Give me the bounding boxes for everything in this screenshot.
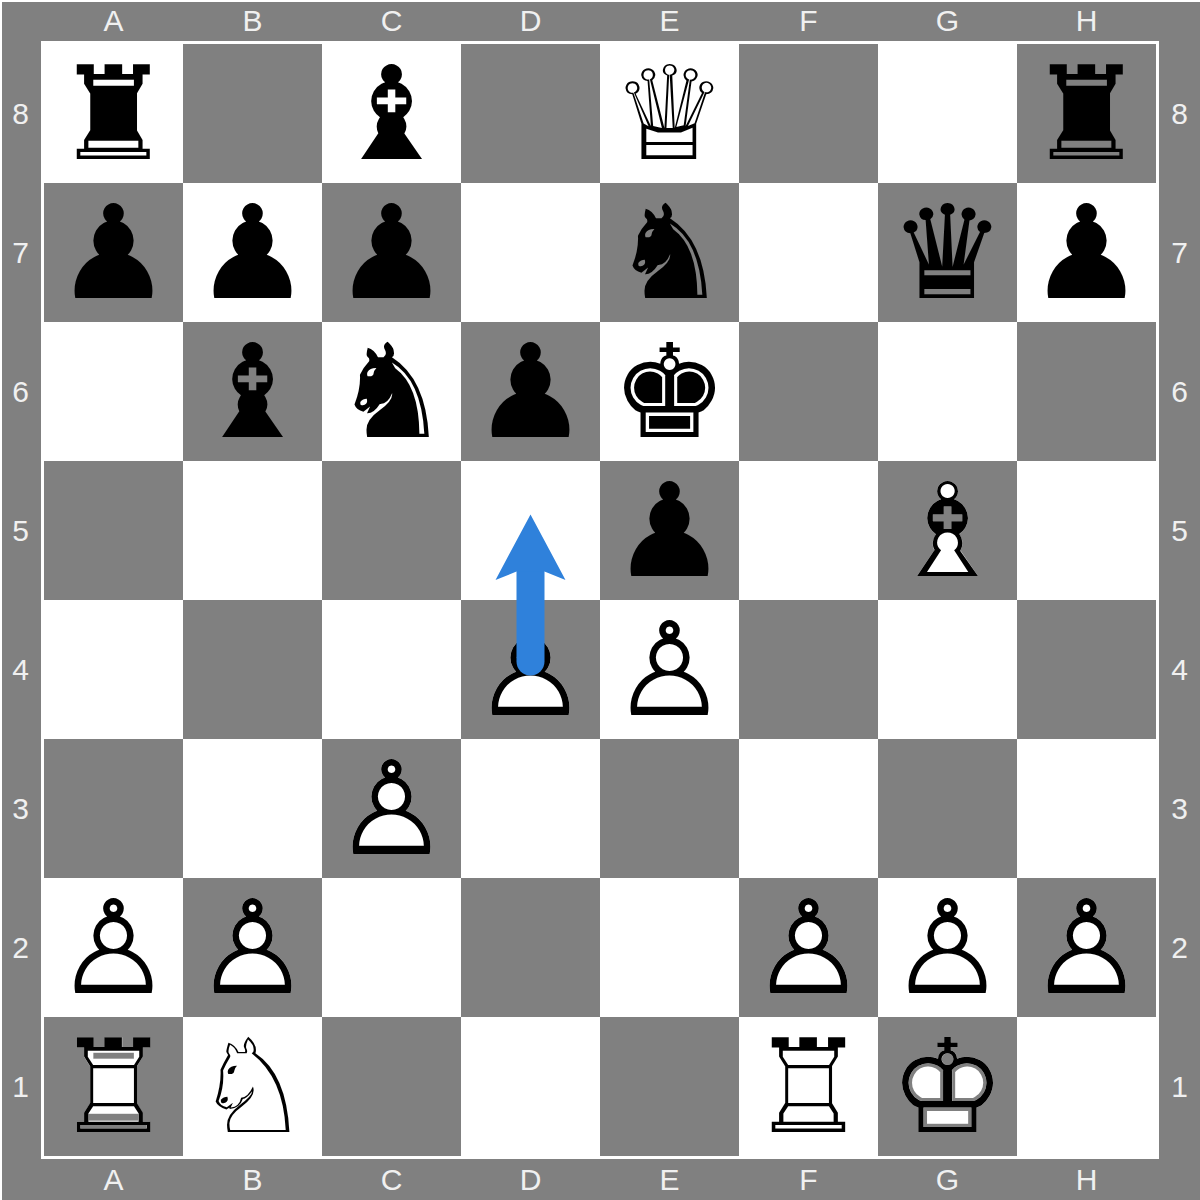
file-label-b: B: [183, 1159, 322, 1200]
square-h3[interactable]: [1017, 739, 1156, 878]
square-f2[interactable]: ♟♙: [739, 878, 878, 1017]
square-h1[interactable]: [1017, 1017, 1156, 1156]
square-g6[interactable]: [878, 322, 1017, 461]
file-labels-bottom: ABCDEFGH: [44, 1159, 1156, 1200]
rank-label-6: 6: [0, 322, 41, 461]
square-a4[interactable]: [44, 600, 183, 739]
rank-label-4: 4: [1159, 600, 1200, 739]
square-g2[interactable]: ♟♙: [878, 878, 1017, 1017]
square-h6[interactable]: [1017, 322, 1156, 461]
square-a6[interactable]: [44, 322, 183, 461]
square-h8[interactable]: ♜: [1017, 44, 1156, 183]
square-e7[interactable]: ♞: [600, 183, 739, 322]
square-g8[interactable]: [878, 44, 1017, 183]
square-f8[interactable]: [739, 44, 878, 183]
square-b2[interactable]: ♟♙: [183, 878, 322, 1017]
square-a5[interactable]: [44, 461, 183, 600]
square-f3[interactable]: [739, 739, 878, 878]
square-c2[interactable]: [322, 878, 461, 1017]
square-b6[interactable]: ♝: [183, 322, 322, 461]
square-b1[interactable]: ♞♘: [183, 1017, 322, 1156]
file-label-c: C: [322, 0, 461, 41]
square-b8[interactable]: [183, 44, 322, 183]
black-pawn[interactable]: ♟: [461, 322, 600, 461]
black-bishop[interactable]: ♝: [322, 44, 461, 183]
white-king[interactable]: ♚♔: [878, 1017, 1017, 1156]
white-queen[interactable]: ♛♕: [600, 44, 739, 183]
white-pawn[interactable]: ♟♙: [183, 878, 322, 1017]
file-label-d: D: [461, 1159, 600, 1200]
file-label-a: A: [44, 1159, 183, 1200]
file-label-h: H: [1017, 0, 1156, 41]
square-c1[interactable]: [322, 1017, 461, 1156]
rank-labels-left: 87654321: [0, 44, 41, 1156]
white-pawn[interactable]: ♟♙: [739, 878, 878, 1017]
square-g3[interactable]: [878, 739, 1017, 878]
black-pawn[interactable]: ♟: [44, 183, 183, 322]
file-label-d: D: [461, 0, 600, 41]
black-rook[interactable]: ♜: [1017, 44, 1156, 183]
black-bishop[interactable]: ♝: [183, 322, 322, 461]
file-label-a: A: [44, 0, 183, 41]
white-rook[interactable]: ♜♖: [44, 1017, 183, 1156]
square-e2[interactable]: [600, 878, 739, 1017]
file-label-b: B: [183, 0, 322, 41]
black-pawn[interactable]: ♟: [1017, 183, 1156, 322]
square-a2[interactable]: ♟♙: [44, 878, 183, 1017]
file-label-h: H: [1017, 1159, 1156, 1200]
square-b5[interactable]: [183, 461, 322, 600]
rank-label-1: 1: [1159, 1017, 1200, 1156]
rank-label-3: 3: [0, 739, 41, 878]
square-g4[interactable]: [878, 600, 1017, 739]
square-g7[interactable]: ♛: [878, 183, 1017, 322]
square-f5[interactable]: [739, 461, 878, 600]
rank-label-2: 2: [1159, 878, 1200, 1017]
square-c8[interactable]: ♝: [322, 44, 461, 183]
square-c4[interactable]: [322, 600, 461, 739]
white-pawn[interactable]: ♟♙: [44, 878, 183, 1017]
square-f7[interactable]: [739, 183, 878, 322]
file-label-e: E: [600, 1159, 739, 1200]
rank-labels-right: 87654321: [1159, 44, 1200, 1156]
rank-label-3: 3: [1159, 739, 1200, 878]
black-king[interactable]: ♚: [600, 322, 739, 461]
black-rook[interactable]: ♜: [44, 44, 183, 183]
square-g1[interactable]: ♚♔: [878, 1017, 1017, 1156]
file-label-e: E: [600, 0, 739, 41]
file-label-g: G: [878, 1159, 1017, 1200]
square-e4[interactable]: ♟♙: [600, 600, 739, 739]
square-e3[interactable]: [600, 739, 739, 878]
square-d7[interactable]: [461, 183, 600, 322]
square-d1[interactable]: [461, 1017, 600, 1156]
square-d2[interactable]: [461, 878, 600, 1017]
square-e8[interactable]: ♛♕: [600, 44, 739, 183]
square-d6[interactable]: ♟: [461, 322, 600, 461]
white-pawn[interactable]: ♟♙: [461, 600, 600, 739]
square-e5[interactable]: ♟: [600, 461, 739, 600]
square-c6[interactable]: ♞: [322, 322, 461, 461]
square-d8[interactable]: [461, 44, 600, 183]
white-pawn[interactable]: ♟♙: [322, 739, 461, 878]
file-label-f: F: [739, 0, 878, 41]
white-pawn[interactable]: ♟♙: [878, 878, 1017, 1017]
square-f4[interactable]: [739, 600, 878, 739]
file-label-g: G: [878, 0, 1017, 41]
rank-label-6: 6: [1159, 322, 1200, 461]
square-h7[interactable]: ♟: [1017, 183, 1156, 322]
square-a3[interactable]: [44, 739, 183, 878]
square-h5[interactable]: [1017, 461, 1156, 600]
square-h2[interactable]: ♟♙: [1017, 878, 1156, 1017]
square-c7[interactable]: ♟: [322, 183, 461, 322]
square-f6[interactable]: [739, 322, 878, 461]
square-b4[interactable]: [183, 600, 322, 739]
white-bishop[interactable]: ♝♗: [878, 461, 1017, 600]
rank-label-8: 8: [1159, 44, 1200, 183]
black-queen[interactable]: ♛: [878, 183, 1017, 322]
square-d4[interactable]: ♟♙: [461, 600, 600, 739]
rank-label-5: 5: [1159, 461, 1200, 600]
square-a1[interactable]: ♜♖: [44, 1017, 183, 1156]
board-outline: ♜♝♛♕♜♟♟♟♞♛♟♝♞♟♚♟♝♗♟♙♟♙♟♙♟♙♟♙♟♙♟♙♟♙♜♖♞♘♜♖…: [41, 41, 1159, 1159]
chessboard-frame: ABCDEFGH ABCDEFGH 87654321 87654321 ♜♝♛♕…: [0, 0, 1200, 1200]
white-pawn[interactable]: ♟♙: [600, 600, 739, 739]
black-pawn[interactable]: ♟: [322, 183, 461, 322]
white-rook[interactable]: ♜♖: [739, 1017, 878, 1156]
square-a7[interactable]: ♟: [44, 183, 183, 322]
white-knight[interactable]: ♞♘: [183, 1017, 322, 1156]
black-knight[interactable]: ♞: [600, 183, 739, 322]
black-pawn[interactable]: ♟: [600, 461, 739, 600]
rank-label-2: 2: [0, 878, 41, 1017]
square-a8[interactable]: ♜: [44, 44, 183, 183]
file-label-f: F: [739, 1159, 878, 1200]
rank-label-7: 7: [1159, 183, 1200, 322]
square-c3[interactable]: ♟♙: [322, 739, 461, 878]
file-labels-top: ABCDEFGH: [44, 0, 1156, 41]
rank-label-7: 7: [0, 183, 41, 322]
square-e1[interactable]: [600, 1017, 739, 1156]
rank-label-1: 1: [0, 1017, 41, 1156]
square-d3[interactable]: [461, 739, 600, 878]
black-knight[interactable]: ♞: [322, 322, 461, 461]
chess-board: ♜♝♛♕♜♟♟♟♞♛♟♝♞♟♚♟♝♗♟♙♟♙♟♙♟♙♟♙♟♙♟♙♟♙♜♖♞♘♜♖…: [44, 44, 1156, 1156]
square-c5[interactable]: [322, 461, 461, 600]
square-f1[interactable]: ♜♖: [739, 1017, 878, 1156]
square-d5[interactable]: [461, 461, 600, 600]
rank-label-8: 8: [0, 44, 41, 183]
square-b7[interactable]: ♟: [183, 183, 322, 322]
square-g5[interactable]: ♝♗: [878, 461, 1017, 600]
rank-label-4: 4: [0, 600, 41, 739]
file-label-c: C: [322, 1159, 461, 1200]
square-e6[interactable]: ♚: [600, 322, 739, 461]
rank-label-5: 5: [0, 461, 41, 600]
black-pawn[interactable]: ♟: [183, 183, 322, 322]
square-b3[interactable]: [183, 739, 322, 878]
square-h4[interactable]: [1017, 600, 1156, 739]
white-pawn[interactable]: ♟♙: [1017, 878, 1156, 1017]
